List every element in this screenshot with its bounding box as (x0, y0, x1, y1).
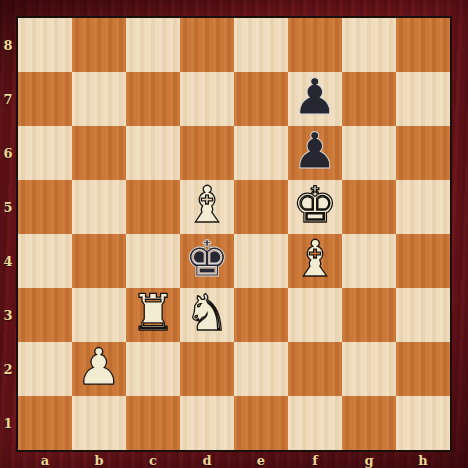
square-e7[interactable] (234, 72, 288, 126)
square-b3[interactable] (72, 288, 126, 342)
square-a3[interactable] (18, 288, 72, 342)
rank-label-1: 1 (0, 396, 16, 450)
square-g4[interactable] (342, 234, 396, 288)
white-bishop[interactable]: ♝ (293, 234, 338, 284)
black-pawn[interactable]: ♟ (293, 72, 338, 122)
square-e8[interactable] (234, 18, 288, 72)
square-f5[interactable]: ♚ (288, 180, 342, 234)
square-b7[interactable] (72, 72, 126, 126)
square-d7[interactable] (180, 72, 234, 126)
square-d8[interactable] (180, 18, 234, 72)
board-frame: ♟♟♝♚♚♝♜♞♟ (16, 16, 452, 452)
square-a2[interactable] (18, 342, 72, 396)
square-c6[interactable] (126, 126, 180, 180)
rank-label-2: 2 (0, 342, 16, 396)
white-pawn[interactable]: ♟ (77, 342, 122, 392)
square-h7[interactable] (396, 72, 450, 126)
square-h4[interactable] (396, 234, 450, 288)
square-f4[interactable]: ♝ (288, 234, 342, 288)
square-g7[interactable] (342, 72, 396, 126)
square-a4[interactable] (18, 234, 72, 288)
square-e2[interactable] (234, 342, 288, 396)
square-e5[interactable] (234, 180, 288, 234)
square-g3[interactable] (342, 288, 396, 342)
square-b4[interactable] (72, 234, 126, 288)
square-b2[interactable]: ♟ (72, 342, 126, 396)
square-d6[interactable] (180, 126, 234, 180)
square-d5[interactable]: ♝ (180, 180, 234, 234)
square-g1[interactable] (342, 396, 396, 450)
square-c8[interactable] (126, 18, 180, 72)
square-h6[interactable] (396, 126, 450, 180)
black-king[interactable]: ♚ (185, 234, 230, 284)
file-labels: abcdefgh (18, 452, 450, 468)
square-d2[interactable] (180, 342, 234, 396)
square-h3[interactable] (396, 288, 450, 342)
square-f1[interactable] (288, 396, 342, 450)
rank-labels: 87654321 (0, 18, 16, 450)
square-g8[interactable] (342, 18, 396, 72)
rank-label-8: 8 (0, 18, 16, 72)
rank-label-5: 5 (0, 180, 16, 234)
square-d1[interactable] (180, 396, 234, 450)
square-b1[interactable] (72, 396, 126, 450)
square-d3[interactable]: ♞ (180, 288, 234, 342)
square-b8[interactable] (72, 18, 126, 72)
square-g5[interactable] (342, 180, 396, 234)
white-knight[interactable]: ♞ (185, 288, 230, 338)
square-h8[interactable] (396, 18, 450, 72)
square-a6[interactable] (18, 126, 72, 180)
file-label-g: g (342, 452, 396, 468)
square-c1[interactable] (126, 396, 180, 450)
rank-label-7: 7 (0, 72, 16, 126)
square-f3[interactable] (288, 288, 342, 342)
square-c5[interactable] (126, 180, 180, 234)
white-rook[interactable]: ♜ (131, 288, 176, 338)
square-b6[interactable] (72, 126, 126, 180)
rank-label-3: 3 (0, 288, 16, 342)
square-b5[interactable] (72, 180, 126, 234)
file-label-a: a (18, 452, 72, 468)
file-label-c: c (126, 452, 180, 468)
square-a7[interactable] (18, 72, 72, 126)
square-g6[interactable] (342, 126, 396, 180)
square-e3[interactable] (234, 288, 288, 342)
file-label-b: b (72, 452, 126, 468)
square-f7[interactable]: ♟ (288, 72, 342, 126)
square-e6[interactable] (234, 126, 288, 180)
square-h5[interactable] (396, 180, 450, 234)
square-g2[interactable] (342, 342, 396, 396)
rank-label-4: 4 (0, 234, 16, 288)
square-f8[interactable] (288, 18, 342, 72)
white-king[interactable]: ♚ (293, 180, 338, 230)
file-label-d: d (180, 452, 234, 468)
square-c2[interactable] (126, 342, 180, 396)
rank-label-6: 6 (0, 126, 16, 180)
white-bishop[interactable]: ♝ (185, 180, 230, 230)
square-h1[interactable] (396, 396, 450, 450)
square-c3[interactable]: ♜ (126, 288, 180, 342)
square-c7[interactable] (126, 72, 180, 126)
file-label-h: h (396, 452, 450, 468)
square-f2[interactable] (288, 342, 342, 396)
black-pawn[interactable]: ♟ (293, 126, 338, 176)
square-c4[interactable] (126, 234, 180, 288)
square-h2[interactable] (396, 342, 450, 396)
square-a1[interactable] (18, 396, 72, 450)
square-a8[interactable] (18, 18, 72, 72)
chess-board: ♟♟♝♚♚♝♜♞♟ (18, 18, 450, 450)
square-d4[interactable]: ♚ (180, 234, 234, 288)
square-f6[interactable]: ♟ (288, 126, 342, 180)
square-e1[interactable] (234, 396, 288, 450)
file-label-e: e (234, 452, 288, 468)
chess-diagram: 87654321 abcdefgh ♟♟♝♚♚♝♜♞♟ (0, 0, 468, 468)
square-e4[interactable] (234, 234, 288, 288)
file-label-f: f (288, 452, 342, 468)
square-a5[interactable] (18, 180, 72, 234)
